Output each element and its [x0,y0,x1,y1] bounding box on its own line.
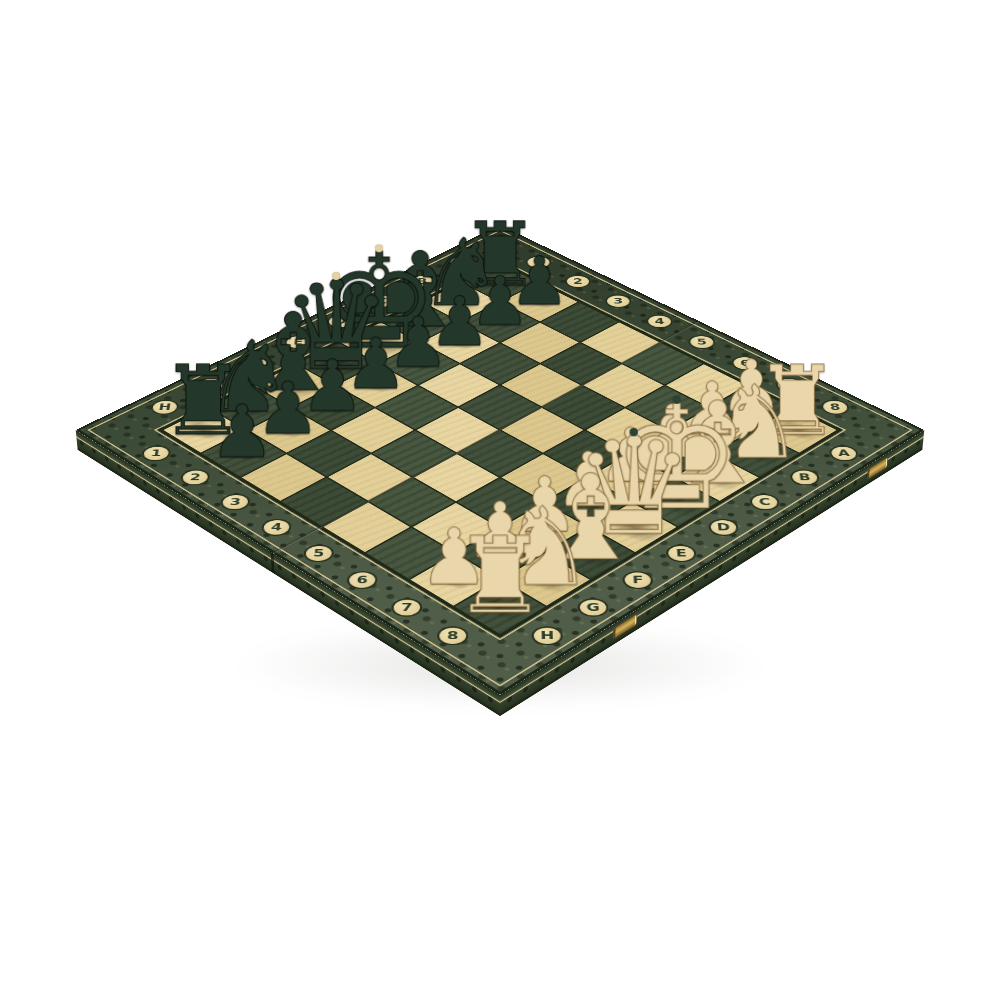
product-photo-scene: 11AA22BB33CC44DD55EE66FF77GG88HH ♜♟♟♜♞♟♟… [0,0,1000,1000]
file-label-near: H [531,626,563,645]
rank-label-near: 5 [303,545,335,562]
square-f4 [373,431,456,477]
rank-label-near: 8 [437,626,469,645]
file-label-near: G [577,598,609,616]
rank-label-near: 4 [261,519,292,536]
chess-board: 11AA22BB33CC44DD55EE66FF77GG88HH ♜♟♟♜♞♟♟… [76,225,925,695]
rank-label-near: 1 [141,446,172,462]
file-label-near: E [666,545,698,562]
rank-label-far: 5 [688,335,716,349]
rank-label-far: 4 [646,315,674,328]
file-label-near: C [749,494,780,510]
file-label-near: B [789,469,820,485]
file-label-near: D [708,519,739,536]
file-label-near: F [622,571,654,589]
rank-label-near: 6 [346,571,378,589]
rank-label-near: 2 [180,469,211,485]
rank-label-near: 3 [220,494,251,510]
square-g4 [328,454,412,501]
square-h5 [323,503,409,552]
square-h4 [282,478,367,526]
square-g3 [287,431,370,477]
file-label-near: A [828,446,859,462]
fold-seam-edge [271,552,275,575]
board-face: 11AA22BB33CC44DD55EE66FF77GG88HH [76,225,925,695]
rank-label-far: 3 [605,295,632,308]
rank-label-near: 7 [391,598,423,616]
